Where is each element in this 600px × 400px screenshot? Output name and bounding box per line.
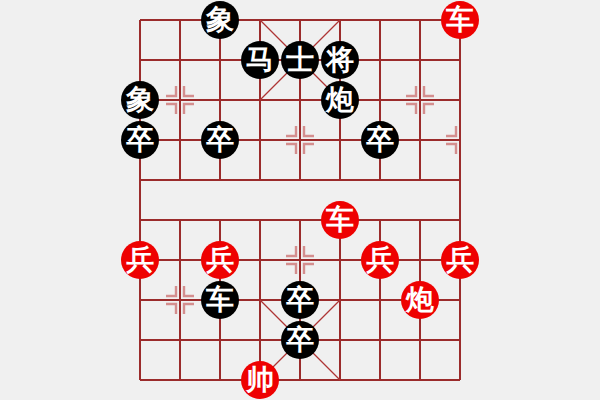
piece-red-soldier[interactable]: 兵 — [361, 241, 399, 279]
board-point — [240, 0, 280, 40]
board-point — [320, 280, 360, 320]
board-point — [120, 320, 160, 360]
board-point — [360, 280, 400, 320]
board-point: 炮 — [400, 280, 440, 320]
board-point — [400, 320, 440, 360]
xiangqi-board-canvas: 象车马士将象炮卒卒卒车兵兵兵兵车卒炮卒帅 — [0, 0, 600, 400]
board-point — [160, 80, 200, 120]
board-point — [400, 80, 440, 120]
board-point — [360, 0, 400, 40]
board-point — [360, 40, 400, 80]
board-point — [320, 120, 360, 160]
board-point — [440, 120, 480, 160]
board-point — [400, 160, 440, 200]
board-point — [360, 160, 400, 200]
board-point — [120, 160, 160, 200]
board-point — [360, 320, 400, 360]
board-point — [160, 120, 200, 160]
piece-red-general[interactable]: 帅 — [241, 361, 279, 399]
board-point: 车 — [440, 0, 480, 40]
board-point — [400, 0, 440, 40]
board-point — [360, 200, 400, 240]
piece-black-soldier[interactable]: 卒 — [361, 121, 399, 159]
board-point: 炮 — [320, 80, 360, 120]
board-point — [280, 120, 320, 160]
board-point — [240, 280, 280, 320]
piece-black-soldier[interactable]: 卒 — [281, 281, 319, 319]
board-point — [440, 200, 480, 240]
xiangqi-board: 象车马士将象炮卒卒卒车兵兵兵兵车卒炮卒帅 — [120, 0, 480, 400]
piece-black-elephant[interactable]: 象 — [201, 1, 239, 39]
board-point — [200, 320, 240, 360]
board-point: 车 — [320, 200, 360, 240]
board-point — [160, 40, 200, 80]
piece-black-cannon[interactable]: 炮 — [321, 81, 359, 119]
board-point: 兵 — [360, 240, 400, 280]
board-point — [200, 40, 240, 80]
board-point: 象 — [200, 0, 240, 40]
board-point — [240, 160, 280, 200]
board-point — [400, 120, 440, 160]
board-point — [240, 240, 280, 280]
piece-black-elephant[interactable]: 象 — [121, 81, 159, 119]
board-point: 兵 — [120, 240, 160, 280]
board-point — [440, 320, 480, 360]
board-point — [240, 320, 280, 360]
board-point — [440, 40, 480, 80]
board-point — [160, 160, 200, 200]
board-point — [160, 360, 200, 400]
board-point — [400, 200, 440, 240]
piece-red-soldier[interactable]: 兵 — [201, 241, 239, 279]
board-point — [200, 360, 240, 400]
board-point — [440, 160, 480, 200]
board-point — [320, 360, 360, 400]
piece-black-chariot[interactable]: 车 — [201, 281, 239, 319]
piece-black-advisor[interactable]: 士 — [281, 41, 319, 79]
board-point — [160, 240, 200, 280]
board-point — [120, 0, 160, 40]
board-point — [240, 80, 280, 120]
board-point — [120, 200, 160, 240]
board-point: 车 — [200, 280, 240, 320]
board-point — [440, 80, 480, 120]
board-point — [280, 160, 320, 200]
piece-red-soldier[interactable]: 兵 — [441, 241, 479, 279]
board-point — [200, 200, 240, 240]
board-point — [280, 0, 320, 40]
board-point — [280, 360, 320, 400]
board-point: 卒 — [200, 120, 240, 160]
board-point — [400, 240, 440, 280]
board-point: 马 — [240, 40, 280, 80]
board-point — [440, 280, 480, 320]
board-point: 将 — [320, 40, 360, 80]
board-point — [120, 360, 160, 400]
board-point — [160, 200, 200, 240]
board-point — [240, 120, 280, 160]
board-point — [360, 360, 400, 400]
board-point: 卒 — [280, 280, 320, 320]
board-point: 兵 — [440, 240, 480, 280]
board-point — [400, 40, 440, 80]
board-point — [280, 80, 320, 120]
piece-black-horse[interactable]: 马 — [241, 41, 279, 79]
board-point — [400, 360, 440, 400]
board-point: 帅 — [240, 360, 280, 400]
board-point: 象 — [120, 80, 160, 120]
piece-red-chariot[interactable]: 车 — [321, 201, 359, 239]
board-point — [320, 320, 360, 360]
board-point: 兵 — [200, 240, 240, 280]
piece-red-soldier[interactable]: 兵 — [121, 241, 159, 279]
board-point — [240, 200, 280, 240]
piece-red-cannon[interactable]: 炮 — [401, 281, 439, 319]
board-point: 卒 — [360, 120, 400, 160]
piece-black-soldier[interactable]: 卒 — [201, 121, 239, 159]
board-point: 士 — [280, 40, 320, 80]
board-point — [320, 0, 360, 40]
board-point — [320, 240, 360, 280]
board-point — [360, 80, 400, 120]
board-point — [280, 240, 320, 280]
board-point: 卒 — [120, 120, 160, 160]
board-point — [280, 200, 320, 240]
board-point — [160, 280, 200, 320]
board-point — [120, 280, 160, 320]
board-point: 卒 — [280, 320, 320, 360]
board-point — [160, 0, 200, 40]
board-point — [200, 160, 240, 200]
piece-red-chariot[interactable]: 车 — [441, 1, 479, 39]
board-point — [160, 320, 200, 360]
board-point — [200, 80, 240, 120]
piece-black-soldier[interactable]: 卒 — [281, 321, 319, 359]
board-point — [320, 160, 360, 200]
piece-black-soldier[interactable]: 卒 — [121, 121, 159, 159]
board-point — [120, 40, 160, 80]
board-point — [440, 360, 480, 400]
piece-black-general[interactable]: 将 — [321, 41, 359, 79]
